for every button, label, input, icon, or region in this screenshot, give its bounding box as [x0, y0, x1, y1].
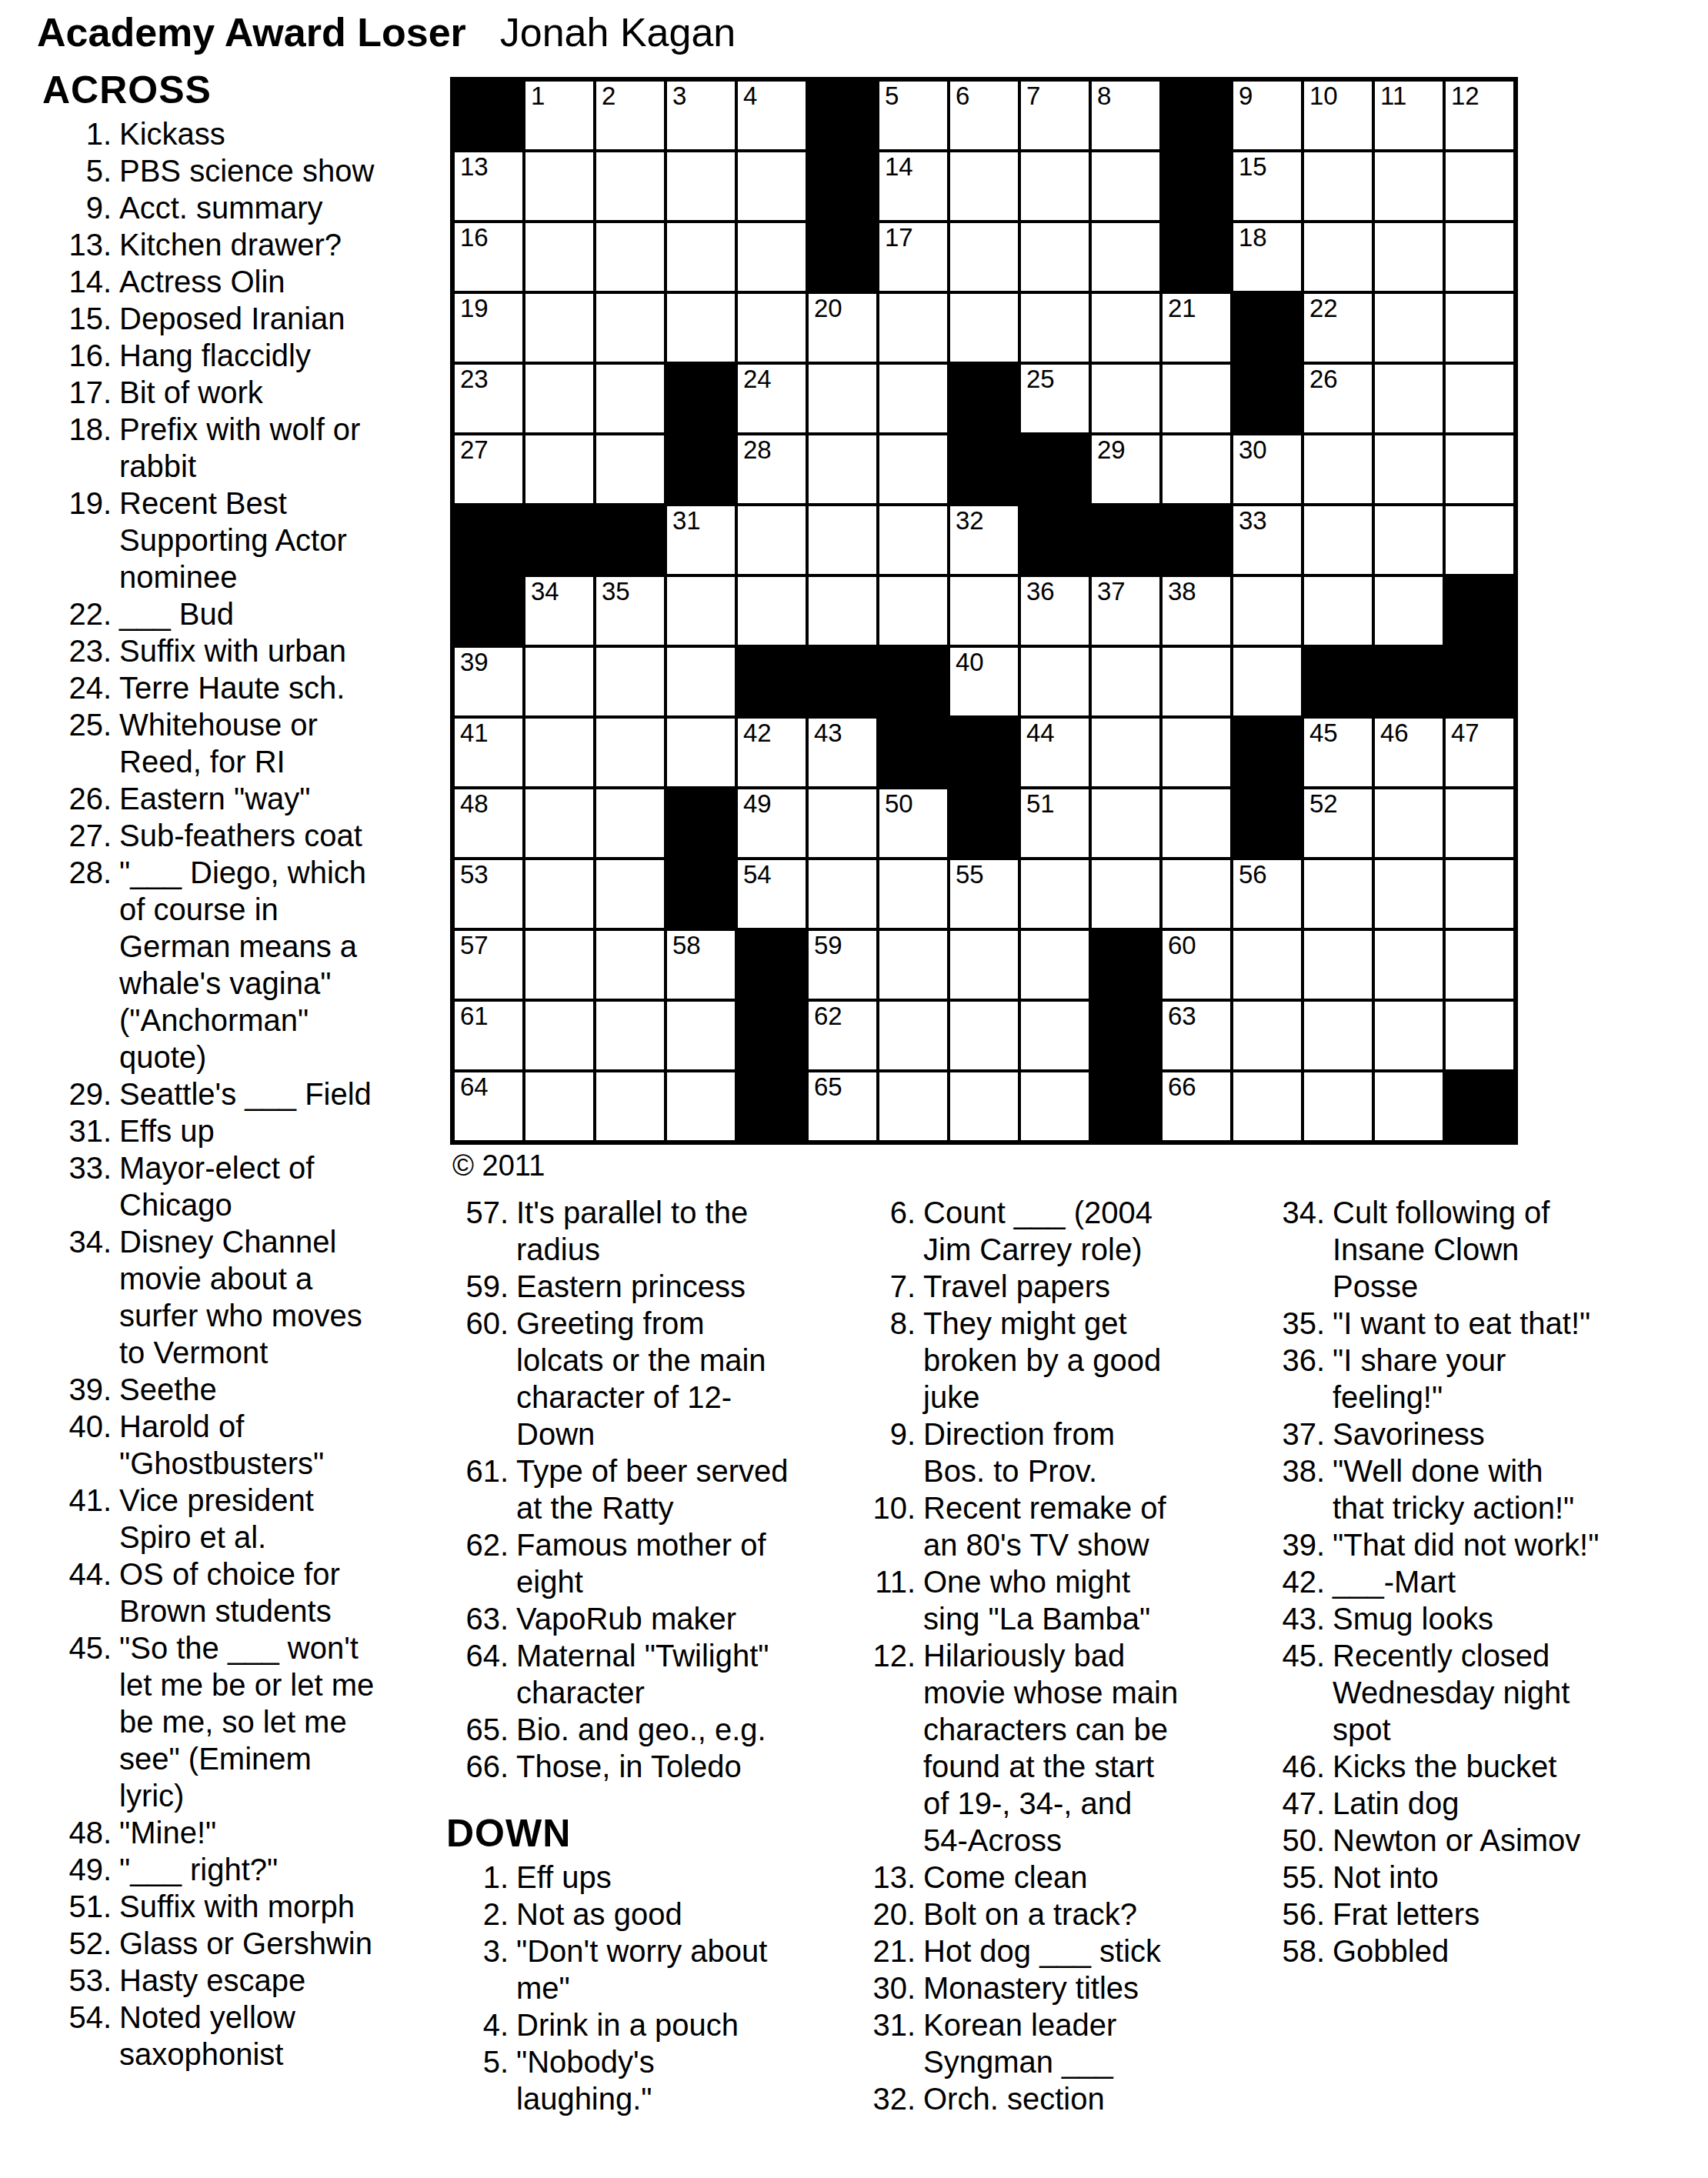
clue-down-11: 11.One who might sing "La Bamba": [850, 1563, 1212, 1637]
grid-cell-r8c2[interactable]: 34: [524, 575, 595, 646]
grid-cell-r4c7[interactable]: [878, 292, 949, 363]
grid-cell-r2c14[interactable]: [1373, 151, 1444, 222]
black-cell-r7c9: [1019, 505, 1090, 575]
clue-text: Noted yellow saxophonist: [119, 1999, 385, 2073]
cell-number-58: 58: [672, 932, 701, 958]
cell-number-28: 28: [743, 437, 772, 462]
grid-cell-r1c13[interactable]: 10: [1303, 80, 1373, 151]
grid-cell-r11c7[interactable]: 50: [878, 788, 949, 859]
grid-cell-r3c14[interactable]: [1373, 222, 1444, 292]
clue-number: 1.: [442, 1859, 509, 1896]
grid-cell-r3c13[interactable]: [1303, 222, 1373, 292]
clue-text: Eff ups: [516, 1859, 793, 1896]
grid-cell-r5c5[interactable]: 24: [736, 363, 807, 434]
clue-number: 43.: [1259, 1600, 1325, 1637]
grid-cell-r14c12[interactable]: [1232, 1000, 1303, 1071]
grid-cell-r4c3[interactable]: [595, 292, 666, 363]
clue-across-25: 25.Whitehouse or Reed, for RI: [23, 706, 423, 780]
grid-cell-r15c3[interactable]: [595, 1071, 666, 1142]
grid-cell-r1c12[interactable]: 9: [1232, 80, 1303, 151]
grid-cell-r5c15[interactable]: [1444, 363, 1515, 434]
grid-cell-r10c9[interactable]: 44: [1019, 717, 1090, 788]
grid-cell-r8c12[interactable]: [1232, 575, 1303, 646]
clue-text: Frat letters: [1333, 1896, 1602, 1933]
clue-column-b: 57.It's parallel to the radius59.Eastern…: [442, 1194, 812, 2117]
down-clue-list-3: 34.Cult following of Insane Clown Posse3…: [1259, 1194, 1629, 1970]
grid-cell-r8c9[interactable]: 36: [1019, 575, 1090, 646]
grid-cell-r2c10[interactable]: [1090, 151, 1161, 222]
cell-number-5: 5: [885, 83, 899, 108]
grid-cell-r4c2[interactable]: [524, 292, 595, 363]
grid-cell-r6c5[interactable]: 28: [736, 434, 807, 505]
grid-cell-r5c13[interactable]: 26: [1303, 363, 1373, 434]
clue-down-58: 58.Gobbled: [1259, 1933, 1629, 1970]
grid-cell-r12c13[interactable]: [1303, 859, 1373, 929]
clue-down-47: 47.Latin dog: [1259, 1785, 1629, 1822]
grid-cell-r14c9[interactable]: [1019, 1000, 1090, 1071]
clue-number: 33.: [23, 1149, 112, 1186]
clue-number: 13.: [850, 1859, 916, 1896]
grid-cell-r8c5[interactable]: [736, 575, 807, 646]
clue-number: 42.: [1259, 1563, 1325, 1600]
clue-number: 36.: [1259, 1342, 1325, 1379]
clue-number: 20.: [850, 1896, 916, 1933]
clue-across-61: 61.Type of beer served at the Ratty: [442, 1453, 812, 1526]
grid-cell-r6c1[interactable]: 27: [453, 434, 524, 505]
across-header: ACROSS: [42, 68, 423, 112]
grid-cell-r13c4[interactable]: 58: [666, 929, 736, 1000]
grid-cell-r2c1[interactable]: 13: [453, 151, 524, 222]
grid-cell-r14c3[interactable]: [595, 1000, 666, 1071]
grid-cell-r14c4[interactable]: [666, 1000, 736, 1071]
grid-cell-r2c2[interactable]: [524, 151, 595, 222]
grid-cell-r13c7[interactable]: [878, 929, 949, 1000]
grid-cell-r12c9[interactable]: [1019, 859, 1090, 929]
grid-cell-r4c10[interactable]: [1090, 292, 1161, 363]
grid-cell-r15c9[interactable]: [1019, 1071, 1090, 1142]
clue-text: "Mine!": [119, 1814, 385, 1851]
grid-cell-r2c4[interactable]: [666, 151, 736, 222]
black-cell-r10c12: [1232, 717, 1303, 788]
grid-cell-r14c1[interactable]: 61: [453, 1000, 524, 1071]
black-cell-r5c12: [1232, 363, 1303, 434]
clue-text: They might get broken by a good juke: [923, 1305, 1185, 1416]
black-cell-r14c5: [736, 1000, 807, 1071]
clue-number: 19.: [23, 485, 112, 522]
clue-text: Come clean: [923, 1859, 1185, 1896]
grid-cell-r7c15[interactable]: [1444, 505, 1515, 575]
grid-cell-r3c15[interactable]: [1444, 222, 1515, 292]
grid-cell-r12c11[interactable]: [1161, 859, 1232, 929]
clue-across-41: 41.Vice president Spiro et al.: [23, 1482, 423, 1556]
grid-cell-r2c5[interactable]: [736, 151, 807, 222]
black-cell-r3c6: [807, 222, 878, 292]
grid-cell-r15c6[interactable]: 65: [807, 1071, 878, 1142]
clue-text: "Don't worry about me": [516, 1933, 793, 2006]
grid-cell-r7c12[interactable]: 33: [1232, 505, 1303, 575]
clue-number: 17.: [23, 374, 112, 411]
grid-cell-r15c7[interactable]: [878, 1071, 949, 1142]
grid-cell-r12c12[interactable]: 56: [1232, 859, 1303, 929]
grid-cell-r6c10[interactable]: 29: [1090, 434, 1161, 505]
clue-number: 23.: [23, 632, 112, 669]
clue-down-31: 31.Korean leader Syngman ___: [850, 2006, 1212, 2080]
grid-cell-r13c1[interactable]: 57: [453, 929, 524, 1000]
grid-cell-r12c14[interactable]: [1373, 859, 1444, 929]
clue-text: Gobbled: [1333, 1933, 1602, 1970]
clue-number: 16.: [23, 337, 112, 374]
black-cell-r7c11: [1161, 505, 1232, 575]
grid-cell-r14c7[interactable]: [878, 1000, 949, 1071]
grid-cell-r10c6[interactable]: 43: [807, 717, 878, 788]
grid-cell-r11c15[interactable]: [1444, 788, 1515, 859]
grid-cell-r3c4[interactable]: [666, 222, 736, 292]
grid-cell-r9c3[interactable]: [595, 646, 666, 717]
grid-cell-r14c15[interactable]: [1444, 1000, 1515, 1071]
clue-number: 31.: [23, 1112, 112, 1149]
grid-cell-r8c3[interactable]: 35: [595, 575, 666, 646]
grid-cell-r3c9[interactable]: [1019, 222, 1090, 292]
black-cell-r8c15: [1444, 575, 1515, 646]
clue-number: 9.: [23, 189, 112, 226]
grid-cell-r3c3[interactable]: [595, 222, 666, 292]
grid-cell-r15c2[interactable]: [524, 1071, 595, 1142]
grid-cell-r1c10[interactable]: 8: [1090, 80, 1161, 151]
clue-text: Travel papers: [923, 1268, 1185, 1305]
grid-cell-r11c2[interactable]: [524, 788, 595, 859]
grid-cell-r4c1[interactable]: 19: [453, 292, 524, 363]
clue-text: Deposed Iranian: [119, 300, 385, 337]
grid-cell-r15c13[interactable]: [1303, 1071, 1373, 1142]
clue-down-34: 34.Cult following of Insane Clown Posse: [1259, 1194, 1629, 1305]
grid-cell-r13c3[interactable]: [595, 929, 666, 1000]
clue-number: 13.: [23, 226, 112, 263]
clue-across-65: 65.Bio. and geo., e.g.: [442, 1711, 812, 1748]
grid-cell-r14c8[interactable]: [949, 1000, 1019, 1071]
grid-cell-r14c11[interactable]: 63: [1161, 1000, 1232, 1071]
grid-cell-r15c4[interactable]: [666, 1071, 736, 1142]
clue-text: It's parallel to the radius: [516, 1194, 793, 1268]
grid-cell-r9c1[interactable]: 39: [453, 646, 524, 717]
clue-number: 22.: [23, 595, 112, 632]
grid-cell-r11c9[interactable]: 51: [1019, 788, 1090, 859]
grid-cell-r8c10[interactable]: 37: [1090, 575, 1161, 646]
clue-number: 29.: [23, 1076, 112, 1112]
clue-text: Not as good: [516, 1896, 793, 1933]
grid-cell-r3c1[interactable]: 16: [453, 222, 524, 292]
grid-cell-r3c7[interactable]: 17: [878, 222, 949, 292]
grid-cell-r10c2[interactable]: [524, 717, 595, 788]
grid-cell-r3c10[interactable]: [1090, 222, 1161, 292]
grid-cell-r5c11[interactable]: [1161, 363, 1232, 434]
clue-text: Actress Olin: [119, 263, 385, 300]
grid-cell-r15c14[interactable]: [1373, 1071, 1444, 1142]
cell-number-48: 48: [460, 791, 489, 816]
grid-cell-r9c2[interactable]: [524, 646, 595, 717]
grid-cell-r9c10[interactable]: [1090, 646, 1161, 717]
grid-cell-r10c11[interactable]: [1161, 717, 1232, 788]
grid-cell-r11c10[interactable]: [1090, 788, 1161, 859]
grid-cell-r1c3[interactable]: 2: [595, 80, 666, 151]
grid-cell-r11c5[interactable]: 49: [736, 788, 807, 859]
grid-cell-r8c7[interactable]: [878, 575, 949, 646]
clue-number: 50.: [1259, 1822, 1325, 1859]
grid-cell-r15c1[interactable]: 64: [453, 1071, 524, 1142]
grid-cell-r6c11[interactable]: [1161, 434, 1232, 505]
clue-text: Latin dog: [1333, 1785, 1602, 1822]
grid-cell-r12c2[interactable]: [524, 859, 595, 929]
grid-cell-r7c13[interactable]: [1303, 505, 1373, 575]
cell-number-35: 35: [602, 579, 630, 604]
grid-cell-r11c11[interactable]: [1161, 788, 1232, 859]
grid-cell-r6c6[interactable]: [807, 434, 878, 505]
clue-number: 26.: [23, 780, 112, 817]
grid-cell-r7c5[interactable]: [736, 505, 807, 575]
grid-cell-r9c11[interactable]: [1161, 646, 1232, 717]
grid-cell-r10c4[interactable]: [666, 717, 736, 788]
clue-down-32: 32.Orch. section: [850, 2080, 1212, 2117]
grid-cell-r3c12[interactable]: 18: [1232, 222, 1303, 292]
grid-cell-r2c9[interactable]: [1019, 151, 1090, 222]
clue-text: Drink in a pouch: [516, 2006, 793, 2043]
grid-cell-r6c14[interactable]: [1373, 434, 1444, 505]
grid-cell-r5c1[interactable]: 23: [453, 363, 524, 434]
grid-cell-r14c14[interactable]: [1373, 1000, 1444, 1071]
grid-cell-r15c8[interactable]: [949, 1071, 1019, 1142]
cell-number-57: 57: [460, 932, 489, 958]
grid-cell-r13c11[interactable]: 60: [1161, 929, 1232, 1000]
grid-cell-r10c1[interactable]: 41: [453, 717, 524, 788]
grid-cell-r12c5[interactable]: 54: [736, 859, 807, 929]
grid-cell-r4c5[interactable]: [736, 292, 807, 363]
page-header: Academy Award LoserJonah Kagan: [37, 9, 736, 55]
grid-cell-r10c13[interactable]: 45: [1303, 717, 1373, 788]
grid-cell-r12c10[interactable]: [1090, 859, 1161, 929]
clue-number: 25.: [23, 706, 112, 743]
grid-cell-r4c9[interactable]: [1019, 292, 1090, 363]
grid-cell-r13c8[interactable]: [949, 929, 1019, 1000]
clue-text: Smug looks: [1333, 1600, 1602, 1637]
grid-cell-r14c6[interactable]: 62: [807, 1000, 878, 1071]
clue-number: 59.: [442, 1268, 509, 1305]
clue-number: 61.: [442, 1453, 509, 1489]
grid-cell-r11c13[interactable]: 52: [1303, 788, 1373, 859]
grid-cell-r14c2[interactable]: [524, 1000, 595, 1071]
cell-number-55: 55: [956, 862, 984, 887]
grid-cell-r5c10[interactable]: [1090, 363, 1161, 434]
grid-cell-r13c14[interactable]: [1373, 929, 1444, 1000]
grid-cell-r11c6[interactable]: [807, 788, 878, 859]
cell-number-34: 34: [531, 579, 559, 604]
clue-text: Harold of "Ghostbusters": [119, 1408, 385, 1482]
cell-number-62: 62: [814, 1003, 842, 1029]
clue-across-57: 57.It's parallel to the radius: [442, 1194, 812, 1268]
grid-cell-r10c10[interactable]: [1090, 717, 1161, 788]
grid-cell-r8c11[interactable]: 38: [1161, 575, 1232, 646]
clue-number: 58.: [1259, 1933, 1325, 1970]
grid-cell-r15c12[interactable]: [1232, 1071, 1303, 1142]
clue-number: 62.: [442, 1526, 509, 1563]
grid-cell-r12c6[interactable]: [807, 859, 878, 929]
clue-text: Famous mother of eight: [516, 1526, 793, 1600]
black-cell-r13c10: [1090, 929, 1161, 1000]
grid-cell-r10c3[interactable]: [595, 717, 666, 788]
grid-cell-r7c14[interactable]: [1373, 505, 1444, 575]
clue-text: PBS science show: [119, 152, 385, 189]
grid-cell-r10c5[interactable]: 42: [736, 717, 807, 788]
grid-cell-r12c3[interactable]: [595, 859, 666, 929]
cell-number-47: 47: [1451, 720, 1479, 745]
cell-number-9: 9: [1239, 83, 1253, 108]
grid-cell-r9c8[interactable]: 40: [949, 646, 1019, 717]
black-cell-r13c5: [736, 929, 807, 1000]
clue-number: 48.: [23, 1814, 112, 1851]
grid-cell-r6c2[interactable]: [524, 434, 595, 505]
clue-down-45: 45.Recently closed Wednesday night spot: [1259, 1637, 1629, 1748]
grid-cell-r11c3[interactable]: [595, 788, 666, 859]
grid-cell-r13c12[interactable]: [1232, 929, 1303, 1000]
grid-cell-r1c4[interactable]: 3: [666, 80, 736, 151]
cell-number-53: 53: [460, 862, 489, 887]
grid-cell-r1c15[interactable]: 12: [1444, 80, 1515, 151]
clue-across-63: 63.VapoRub maker: [442, 1600, 812, 1637]
grid-cell-r2c13[interactable]: [1303, 151, 1373, 222]
grid-cell-r8c4[interactable]: [666, 575, 736, 646]
grid-cell-r5c6[interactable]: [807, 363, 878, 434]
black-cell-r10c8: [949, 717, 1019, 788]
clue-number: 9.: [850, 1416, 916, 1453]
grid-cell-r5c14[interactable]: [1373, 363, 1444, 434]
cell-number-37: 37: [1097, 579, 1126, 604]
grid-cell-r1c2[interactable]: 1: [524, 80, 595, 151]
grid-cell-r1c14[interactable]: 11: [1373, 80, 1444, 151]
grid-cell-r15c11[interactable]: 66: [1161, 1071, 1232, 1142]
cell-number-41: 41: [460, 720, 489, 745]
grid-cell-r7c7[interactable]: [878, 505, 949, 575]
grid-cell-r12c7[interactable]: [878, 859, 949, 929]
grid-cell-r4c14[interactable]: [1373, 292, 1444, 363]
grid-cell-r10c14[interactable]: 46: [1373, 717, 1444, 788]
cell-number-52: 52: [1309, 791, 1338, 816]
grid-cell-r3c5[interactable]: [736, 222, 807, 292]
grid-cell-r6c15[interactable]: [1444, 434, 1515, 505]
clue-across-23: 23.Suffix with urban: [23, 632, 423, 669]
grid-cell-r6c3[interactable]: [595, 434, 666, 505]
grid-cell-r4c4[interactable]: [666, 292, 736, 363]
clue-text: Glass or Gershwin: [119, 1925, 385, 1962]
black-cell-r9c14: [1373, 646, 1444, 717]
grid-cell-r7c6[interactable]: [807, 505, 878, 575]
clue-number: 34.: [1259, 1194, 1325, 1231]
grid-cell-r7c4[interactable]: 31: [666, 505, 736, 575]
grid-cell-r4c11[interactable]: 21: [1161, 292, 1232, 363]
grid-cell-r6c13[interactable]: [1303, 434, 1373, 505]
cell-number-45: 45: [1309, 720, 1338, 745]
grid-cell-r6c7[interactable]: [878, 434, 949, 505]
grid-cell-r9c4[interactable]: [666, 646, 736, 717]
grid-cell-r14c13[interactable]: [1303, 1000, 1373, 1071]
clue-number: 63.: [442, 1600, 509, 1637]
clue-text: Bio. and geo., e.g.: [516, 1711, 793, 1748]
grid-cell-r13c6[interactable]: 59: [807, 929, 878, 1000]
grid-cell-r8c8[interactable]: [949, 575, 1019, 646]
clue-across-33: 33.Mayor-elect of Chicago: [23, 1149, 423, 1223]
grid-cell-r13c9[interactable]: [1019, 929, 1090, 1000]
grid-cell-r12c8[interactable]: 55: [949, 859, 1019, 929]
grid-cell-r5c2[interactable]: [524, 363, 595, 434]
grid-cell-r4c15[interactable]: [1444, 292, 1515, 363]
grid-cell-r9c12[interactable]: [1232, 646, 1303, 717]
grid-cell-r8c6[interactable]: [807, 575, 878, 646]
black-cell-r15c10: [1090, 1071, 1161, 1142]
clue-number: 45.: [23, 1629, 112, 1666]
grid-cell-r7c8[interactable]: 32: [949, 505, 1019, 575]
black-cell-r6c8: [949, 434, 1019, 505]
grid-cell-r5c7[interactable]: [878, 363, 949, 434]
grid-cell-r13c15[interactable]: [1444, 929, 1515, 1000]
grid-cell-r13c13[interactable]: [1303, 929, 1373, 1000]
grid-cell-r5c9[interactable]: 25: [1019, 363, 1090, 434]
cell-number-18: 18: [1239, 225, 1267, 250]
clue-across-27: 27.Sub-feathers coat: [23, 817, 423, 854]
cell-number-59: 59: [814, 932, 842, 958]
grid-cell-r3c2[interactable]: [524, 222, 595, 292]
grid-cell-r1c5[interactable]: 4: [736, 80, 807, 151]
clue-number: 4.: [442, 2006, 509, 2043]
grid-cell-r2c3[interactable]: [595, 151, 666, 222]
clue-text: "___ right?": [119, 1851, 385, 1888]
grid-cell-r2c8[interactable]: [949, 151, 1019, 222]
grid-cell-r10c15[interactable]: 47: [1444, 717, 1515, 788]
grid-cell-r11c1[interactable]: 48: [453, 788, 524, 859]
grid-cell-r11c14[interactable]: [1373, 788, 1444, 859]
clue-number: 46.: [1259, 1748, 1325, 1785]
grid-cell-r6c12[interactable]: 30: [1232, 434, 1303, 505]
clue-number: 52.: [23, 1925, 112, 1962]
grid-cell-r12c15[interactable]: [1444, 859, 1515, 929]
grid-cell-r8c13[interactable]: [1303, 575, 1373, 646]
grid-cell-r1c9[interactable]: 7: [1019, 80, 1090, 151]
clue-across-9: 9.Acct. summary: [23, 189, 423, 226]
clue-number: 18.: [23, 411, 112, 448]
grid-cell-r2c7[interactable]: 14: [878, 151, 949, 222]
grid-cell-r3c8[interactable]: [949, 222, 1019, 292]
across-clue-column: ACROSS 1.Kickass5.PBS science show9.Acct…: [23, 68, 423, 2073]
grid-cell-r4c8[interactable]: [949, 292, 1019, 363]
grid-cell-r2c12[interactable]: 15: [1232, 151, 1303, 222]
clue-across-40: 40.Harold of "Ghostbusters": [23, 1408, 423, 1482]
black-cell-r7c1: [453, 505, 524, 575]
cell-number-14: 14: [885, 154, 913, 179]
cell-number-46: 46: [1380, 720, 1409, 745]
black-cell-r1c11: [1161, 80, 1232, 151]
grid-cell-r4c6[interactable]: 20: [807, 292, 878, 363]
grid-cell-r13c2[interactable]: [524, 929, 595, 1000]
grid-cell-r5c3[interactable]: [595, 363, 666, 434]
clue-number: 31.: [850, 2006, 916, 2043]
grid-cell-r12c1[interactable]: 53: [453, 859, 524, 929]
clue-text: Suffix with morph: [119, 1888, 385, 1925]
grid-cell-r2c15[interactable]: [1444, 151, 1515, 222]
clue-across-64: 64.Maternal "Twilight" character: [442, 1637, 812, 1711]
grid-cell-r9c9[interactable]: [1019, 646, 1090, 717]
grid-cell-r1c8[interactable]: 6: [949, 80, 1019, 151]
grid-cell-r4c13[interactable]: 22: [1303, 292, 1373, 363]
clue-number: 57.: [442, 1194, 509, 1231]
grid-cell-r8c14[interactable]: [1373, 575, 1444, 646]
clue-down-2: 2.Not as good: [442, 1896, 812, 1933]
grid-cell-r1c7[interactable]: 5: [878, 80, 949, 151]
